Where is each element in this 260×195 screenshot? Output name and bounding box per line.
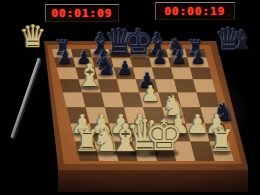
square-h6[interactable] <box>190 68 212 80</box>
table-piece-white-queen: ♛ <box>19 21 47 52</box>
square-h5[interactable] <box>193 79 216 92</box>
piece-black-pawn-f7[interactable]: ♟ <box>152 50 167 67</box>
square-b4[interactable] <box>82 92 105 107</box>
black-clock-time: 00:00:19 <box>165 5 226 18</box>
piece-white-bishop-b5[interactable]: ♝ <box>76 60 104 91</box>
square-c4[interactable] <box>101 92 124 107</box>
piece-black-pawn-h7[interactable]: ♟ <box>190 50 205 67</box>
table-piece-black-queen: ♛ <box>215 24 243 55</box>
black-clock: 00:00:19 <box>155 2 235 20</box>
board-frame-front <box>58 170 248 192</box>
piece-white-rook-h1[interactable]: ♜ <box>208 126 235 156</box>
piece-black-pawn-d6[interactable]: ♟ <box>117 59 133 77</box>
piece-black-pawn-a7[interactable]: ♟ <box>57 50 72 67</box>
piece-black-pawn-g7[interactable]: ♟ <box>171 50 186 67</box>
square-a4[interactable] <box>63 92 86 107</box>
piece-white-king-e1[interactable]: ♚ <box>145 114 184 157</box>
white-clock-time: 00:01:09 <box>52 7 113 20</box>
square-d4[interactable] <box>120 92 143 107</box>
white-clock: 00:01:09 <box>45 4 119 22</box>
piece-white-pawn-e4[interactable]: ♟ <box>141 82 161 104</box>
square-g6[interactable] <box>171 68 193 80</box>
square-d5[interactable] <box>117 79 139 92</box>
game-scene: ♜♝♛♚♝♞♜♟♟♟♟♟♟♞♟♝♟♟♞♟♟♟♟♟♟♟♜♞♝♛♚♜♛♛♝♞♝ 00… <box>0 0 260 195</box>
